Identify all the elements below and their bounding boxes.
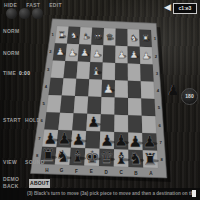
rotate-180-button[interactable]: 180 <box>181 88 198 105</box>
square-c5[interactable] <box>115 98 129 116</box>
piece-black-b-c8[interactable]: ♝ <box>114 149 129 168</box>
piece-black-p-f7[interactable]: ♟ <box>72 131 86 149</box>
piece-white-k-e1[interactable]: ♚ <box>94 31 102 41</box>
piece-white-b-f1[interactable]: ♝ <box>82 31 90 41</box>
text-cursor <box>192 190 196 197</box>
square-a6[interactable] <box>142 116 157 134</box>
square-e4[interactable] <box>88 79 102 97</box>
piece-black-p-h7[interactable]: ♟ <box>43 130 57 148</box>
table-black-pawn[interactable]: ♟ <box>167 82 180 98</box>
piece-white-q-d1[interactable]: ♛ <box>106 32 114 42</box>
square-d5[interactable] <box>101 97 115 115</box>
piece-white-p-h2[interactable]: ♟ <box>56 46 65 57</box>
piece-white-p-e2[interactable]: ♟ <box>93 48 102 59</box>
piece-black-p-c7[interactable]: ♟ <box>114 132 128 150</box>
start-button[interactable]: START <box>3 117 21 123</box>
black-mode-toggle[interactable]: NORM <box>3 50 19 56</box>
square-e7[interactable] <box>85 131 100 149</box>
sound-button[interactable]: SOUND <box>25 159 45 165</box>
last-move-display: c1:e3 <box>173 3 197 14</box>
piece-black-p-d7[interactable]: ♟ <box>100 132 114 150</box>
square-a3[interactable] <box>140 64 153 82</box>
square-c3[interactable] <box>115 63 128 81</box>
coordinate-label: F <box>75 169 78 174</box>
piece-white-p-a2[interactable]: ♟ <box>142 50 151 61</box>
square-f3[interactable] <box>76 62 90 80</box>
white-mode-toggle[interactable]: NORM <box>3 28 19 34</box>
piece-black-p-e6[interactable]: ♟ <box>87 114 100 130</box>
coordinate-label: G <box>60 168 64 173</box>
square-g3[interactable] <box>64 61 78 79</box>
square-b6[interactable] <box>128 115 142 133</box>
previous-move-arrow-icon[interactable]: ◀ <box>164 2 171 12</box>
piece-white-p-b2[interactable]: ♟ <box>130 49 139 60</box>
square-a5[interactable] <box>141 99 155 117</box>
square-f6[interactable] <box>72 113 87 131</box>
menu-item-edit[interactable]: EDIT <box>49 2 62 8</box>
piece-black-p-b7[interactable]: ♟ <box>129 133 143 151</box>
square-d2[interactable] <box>103 45 116 63</box>
piece-black-n-b8[interactable]: ♞ <box>128 149 143 168</box>
time-label: TIME <box>3 70 16 76</box>
decorative-knob-icon <box>32 8 43 19</box>
piece-white-n-b1[interactable]: ♞ <box>130 33 138 43</box>
piece-black-k-e8[interactable]: ♚ <box>85 148 100 167</box>
square-h6[interactable] <box>44 112 60 130</box>
piece-white-n-g1[interactable]: ♞ <box>70 30 78 40</box>
about-button[interactable]: ABOUT <box>29 179 50 188</box>
square-g5[interactable] <box>60 96 75 114</box>
square-c4[interactable] <box>115 80 128 98</box>
piece-white-p-g2[interactable]: ♟ <box>68 47 77 58</box>
piece-black-n-g8[interactable]: ♞ <box>56 147 71 166</box>
piece-white-p-f2[interactable]: ♟ <box>80 47 89 58</box>
square-h3[interactable] <box>51 61 66 79</box>
square-f5[interactable] <box>74 96 89 114</box>
piece-black-q-d8[interactable]: ♛ <box>99 148 114 167</box>
piece-white-r-a1[interactable]: ♜ <box>142 33 150 43</box>
decorative-knob-icon <box>19 8 30 19</box>
chess3d-app-window: { "game": "chess", "app": {"style": "gra… <box>0 0 200 200</box>
square-d3[interactable] <box>102 63 115 81</box>
square-f4[interactable] <box>75 79 89 97</box>
square-c1[interactable] <box>116 29 128 47</box>
decorative-knob-icon <box>6 8 17 19</box>
square-b3[interactable] <box>128 64 141 82</box>
piece-white-p-c2[interactable]: ♟ <box>117 49 126 60</box>
square-b4[interactable] <box>128 81 141 99</box>
piece-black-p-g7[interactable]: ♟ <box>58 130 72 148</box>
square-e5[interactable] <box>87 97 101 115</box>
square-h5[interactable] <box>46 95 61 113</box>
chessboard-3d[interactable]: HGFEDCBA1122334455667788♜♞♛♚♝♞♜♟♟♟♟♟♟♟♝♟… <box>0 0 200 200</box>
square-b5[interactable] <box>128 98 142 116</box>
piece-black-r-a8[interactable]: ♜ <box>143 150 158 169</box>
piece-white-b-e3[interactable]: ♝ <box>91 65 101 78</box>
piece-white-p-d4[interactable]: ♟ <box>103 82 114 96</box>
demo-button[interactable]: DEMO <box>3 176 19 182</box>
coordinate-label: E <box>90 169 93 174</box>
status-text: (3) Black's turn to move (3a) pick piece… <box>27 191 196 200</box>
view-button[interactable]: VIEW <box>3 159 17 165</box>
square-h4[interactable] <box>49 78 64 96</box>
piece-white-r-h1[interactable]: ♜ <box>58 30 66 40</box>
piece-black-b-f8[interactable]: ♝ <box>70 147 85 166</box>
menu-bar: HIDE FAST EDIT <box>4 2 62 8</box>
piece-black-p-a7[interactable]: ♟ <box>143 133 157 151</box>
status-bar: (3) Black's turn to move (3a) pick piece… <box>0 188 200 200</box>
square-a4[interactable] <box>141 81 155 99</box>
square-g6[interactable] <box>58 113 73 131</box>
square-c6[interactable] <box>114 115 128 133</box>
time-value: 0:00 <box>19 70 30 76</box>
hold-button[interactable]: HOLD <box>25 117 40 123</box>
square-g4[interactable] <box>62 78 77 96</box>
square-d6[interactable] <box>100 114 114 132</box>
